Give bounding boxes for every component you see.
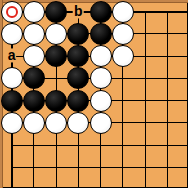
white-stone [67, 112, 89, 134]
point-r7c7[interactable] [134, 134, 156, 156]
point-r7c4[interactable] [67, 134, 89, 156]
point-r6c7[interactable] [134, 112, 156, 134]
point-r2c2[interactable] [23, 23, 45, 45]
point-r9c9[interactable] [179, 179, 189, 189]
point-r3c4[interactable] [67, 45, 89, 67]
point-r2c1[interactable] [1, 23, 23, 45]
point-r7c5[interactable] [90, 134, 112, 156]
point-label-a: a [7, 49, 17, 63]
point-r4c3[interactable] [45, 67, 67, 89]
point-r4c8[interactable] [156, 67, 178, 89]
point-r6c3[interactable] [45, 112, 67, 134]
go-board: ba [0, 0, 188, 188]
point-r5c4[interactable] [67, 90, 89, 112]
white-stone [112, 1, 134, 23]
point-r2c7[interactable] [134, 23, 156, 45]
point-r2c4[interactable] [67, 23, 89, 45]
point-label-b: b [73, 4, 84, 18]
white-stone [23, 45, 45, 67]
point-r3c5[interactable] [90, 45, 112, 67]
black-stone [90, 1, 112, 23]
black-stone [1, 90, 23, 112]
point-r9c6[interactable] [112, 179, 134, 189]
black-stone [45, 45, 67, 67]
point-r8c4[interactable] [67, 156, 89, 178]
point-r1c7[interactable] [134, 1, 156, 23]
point-r3c3[interactable] [45, 45, 67, 67]
point-r6c2[interactable] [23, 112, 45, 134]
point-r6c9[interactable] [179, 112, 189, 134]
white-stone [45, 112, 67, 134]
black-stone [45, 1, 67, 23]
white-stone [23, 1, 45, 23]
point-r1c5[interactable] [90, 1, 112, 23]
white-stone [23, 112, 45, 134]
black-stone [45, 90, 67, 112]
point-r5c6[interactable] [112, 90, 134, 112]
point-r7c2[interactable] [23, 134, 45, 156]
white-stone [23, 23, 45, 45]
point-r5c8[interactable] [156, 90, 178, 112]
black-stone [23, 90, 45, 112]
white-stone [1, 23, 23, 45]
point-r6c8[interactable] [156, 112, 178, 134]
point-r5c9[interactable] [179, 90, 189, 112]
point-r4c4[interactable] [67, 67, 89, 89]
point-r6c4[interactable] [67, 112, 89, 134]
point-r5c7[interactable] [134, 90, 156, 112]
black-stone [90, 23, 112, 45]
point-r2c5[interactable] [90, 23, 112, 45]
point-r9c4[interactable] [67, 179, 89, 189]
point-r2c8[interactable] [156, 23, 178, 45]
point-r7c6[interactable] [112, 134, 134, 156]
point-r9c1[interactable] [1, 179, 23, 189]
point-r2c6[interactable] [112, 23, 134, 45]
point-r3c7[interactable] [134, 45, 156, 67]
point-r9c2[interactable] [23, 179, 45, 189]
point-r8c2[interactable] [23, 156, 45, 178]
white-stone [90, 45, 112, 67]
point-r8c1[interactable] [1, 156, 23, 178]
point-r8c7[interactable] [134, 156, 156, 178]
point-r3c2[interactable] [23, 45, 45, 67]
white-stone [1, 112, 23, 134]
point-r2c9[interactable] [179, 23, 189, 45]
black-stone [23, 67, 45, 89]
point-r1c6[interactable] [112, 1, 134, 23]
point-r9c8[interactable] [156, 179, 178, 189]
point-r3c8[interactable] [156, 45, 178, 67]
point-r1c4[interactable]: b [67, 1, 89, 23]
point-r7c9[interactable] [179, 134, 189, 156]
black-stone [67, 23, 89, 45]
white-stone [45, 23, 67, 45]
point-r1c9[interactable] [179, 1, 189, 23]
white-stone [112, 23, 134, 45]
point-r9c3[interactable] [45, 179, 67, 189]
point-r3c1[interactable]: a [1, 45, 23, 67]
point-r1c1[interactable] [1, 1, 23, 23]
point-r4c9[interactable] [179, 67, 189, 89]
point-r8c5[interactable] [90, 156, 112, 178]
point-r7c1[interactable] [1, 134, 23, 156]
white-stone [1, 67, 23, 89]
point-r1c8[interactable] [156, 1, 178, 23]
point-r1c3[interactable] [45, 1, 67, 23]
point-r4c2[interactable] [23, 67, 45, 89]
point-r9c7[interactable] [134, 179, 156, 189]
circle-mark-icon [6, 6, 18, 18]
point-r8c9[interactable] [179, 156, 189, 178]
black-stone [67, 67, 89, 89]
point-r8c3[interactable] [45, 156, 67, 178]
point-r5c3[interactable] [45, 90, 67, 112]
black-stone [67, 45, 89, 67]
white-stone [90, 90, 112, 112]
point-r9c5[interactable] [90, 179, 112, 189]
board-grid: ba [1, 1, 189, 189]
point-r4c6[interactable] [112, 67, 134, 89]
point-r8c8[interactable] [156, 156, 178, 178]
point-r4c5[interactable] [90, 67, 112, 89]
point-r4c7[interactable] [134, 67, 156, 89]
point-r5c5[interactable] [90, 90, 112, 112]
point-r5c2[interactable] [23, 90, 45, 112]
point-r6c6[interactable] [112, 112, 134, 134]
white-stone [1, 1, 23, 23]
point-r6c5[interactable] [90, 112, 112, 134]
point-r3c6[interactable] [112, 45, 134, 67]
white-stone [112, 45, 134, 67]
point-r5c1[interactable] [1, 90, 23, 112]
point-r7c3[interactable] [45, 134, 67, 156]
point-r1c2[interactable] [23, 1, 45, 23]
point-r6c1[interactable] [1, 112, 23, 134]
point-r3c9[interactable] [179, 45, 189, 67]
black-stone [67, 90, 89, 112]
point-r2c3[interactable] [45, 23, 67, 45]
point-r4c1[interactable] [1, 67, 23, 89]
white-stone [90, 67, 112, 89]
white-stone [90, 112, 112, 134]
point-r7c8[interactable] [156, 134, 178, 156]
point-r8c6[interactable] [112, 156, 134, 178]
